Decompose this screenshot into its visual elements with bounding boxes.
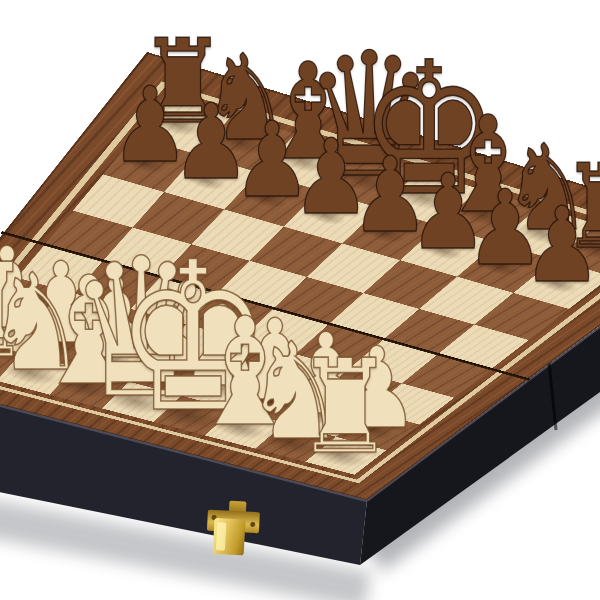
chess-set-photo: ♜♞♝♟♛♟♚♟♝♟♞♟♜♟♟♟♟♟♜♟♞♟♝♟♛♟♚♟♝♟♞♜ bbox=[0, 0, 600, 600]
piece-black-pawn-h7[interactable]: ♟ bbox=[522, 193, 600, 297]
brass-clasp bbox=[204, 498, 265, 561]
piece-white-rook-h1[interactable]: ♜ bbox=[296, 342, 395, 472]
clasp-highlight bbox=[216, 522, 226, 550]
